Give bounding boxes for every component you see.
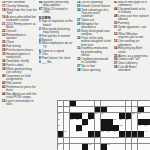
white-cell (113, 138, 119, 144)
white-cell (144, 113, 150, 119)
cell-number: 27 (89, 119, 92, 122)
cell-number: 22 (132, 113, 135, 116)
clue-item: 1 Sign of explosion at the beach (39, 20, 74, 26)
cell-number: 18 (58, 113, 61, 116)
clue-number: 39 (2, 67, 6, 71)
cell-number: 4 (82, 100, 83, 103)
clue-number: 35 (77, 57, 81, 61)
clue-item: 54 Recycling by Beth series (114, 47, 149, 53)
cell-number: 24 (58, 119, 61, 122)
clue-number: 19 (2, 15, 6, 19)
cell-number: 35 (144, 125, 147, 128)
cell-number: 47 (132, 137, 135, 140)
clue-item: 9 ___ Bix (39, 61, 74, 64)
white-cell (76, 107, 82, 113)
clue-item: 58 Cute Al Roker attendant (114, 66, 149, 72)
cell-number: 23 (138, 113, 141, 116)
clue-item: 5 What employees do on TV (39, 42, 74, 48)
white-cell (82, 131, 88, 137)
clue-number: 1 (39, 19, 42, 23)
clue-number: 46 (2, 92, 6, 96)
clue-number: 66 (39, 1, 43, 4)
clue-number: 54 (114, 46, 118, 50)
white-cell (119, 107, 125, 113)
white-cell (132, 125, 138, 131)
cell-number: 28 (113, 119, 116, 122)
white-cell: 31 (58, 125, 64, 131)
cell-number: 2 (64, 100, 65, 103)
cell-number: 51 (107, 144, 110, 147)
white-cell: 38 (101, 131, 107, 137)
clue-item: 67 What 20 treated in 1995 (39, 8, 74, 14)
white-cell: 5 (88, 101, 94, 107)
black-cell (70, 101, 76, 107)
clue-item: 38 Close opening (77, 69, 111, 72)
white-cell (144, 144, 150, 150)
clue-number: 41 (114, 1, 118, 4)
white-cell (70, 144, 76, 150)
white-cell: 40 (113, 131, 119, 137)
clue-item: 33 Insomnia motivated by proofreading st… (77, 47, 111, 57)
cell-number: 16 (107, 106, 110, 109)
cell-number: 30 (126, 119, 129, 122)
white-cell: 47 (132, 138, 138, 144)
clue-number: 44 (114, 7, 118, 11)
white-cell: 28 (113, 119, 119, 125)
clue-number: 5 (39, 41, 42, 45)
white-cell (107, 113, 113, 119)
black-cell (101, 144, 107, 150)
cell-number: 12 (132, 100, 135, 103)
white-cell: 45 (119, 138, 125, 144)
white-cell: 21 (101, 113, 107, 119)
cell-number: 9 (113, 100, 114, 103)
cell-number: 38 (101, 131, 104, 134)
white-cell (64, 107, 70, 113)
cell-number: 15 (58, 106, 61, 109)
cell-number: 17 (144, 106, 147, 109)
white-cell: 7 (101, 101, 107, 107)
white-cell: 44 (95, 138, 101, 144)
white-cell (132, 119, 138, 125)
cell-number: 32 (82, 125, 85, 128)
white-cell (88, 107, 94, 113)
clue-number: 18 (2, 8, 6, 12)
white-cell: 32 (82, 125, 88, 131)
white-cell (113, 144, 119, 150)
white-cell: 3 (76, 101, 82, 107)
white-cell (144, 138, 150, 144)
white-cell (95, 119, 101, 125)
clue-number: 30 (2, 52, 6, 56)
white-cell (64, 119, 70, 125)
clue-number: 52 (2, 99, 6, 103)
cell-number: 48 (138, 137, 141, 140)
white-cell: 27 (88, 119, 94, 125)
white-cell: 13 (138, 101, 144, 107)
white-cell (138, 144, 144, 150)
cell-number: 8 (107, 100, 108, 103)
white-cell (70, 125, 76, 131)
cell-number: 3 (76, 100, 77, 103)
white-cell: 26 (76, 119, 82, 125)
cell-number: 29 (120, 119, 123, 122)
cell-number: 33 (120, 125, 123, 128)
cell-number: 34 (138, 125, 141, 128)
cell-number: 39 (107, 131, 110, 134)
white-cell (70, 138, 76, 144)
cell-number: 37 (76, 131, 79, 134)
cell-number: 41 (144, 131, 147, 134)
cell-number: 46 (126, 137, 129, 140)
cell-number: 45 (120, 137, 123, 140)
white-cell: 19 (82, 113, 88, 119)
cell-number: 1 (58, 100, 59, 103)
cell-number: 21 (101, 113, 104, 116)
white-cell (126, 107, 132, 113)
clue-number: 53 (114, 39, 118, 43)
clue-number: 58 (114, 65, 118, 69)
cell-number: 11 (126, 100, 128, 103)
cell-number: 50 (89, 144, 92, 147)
clue-number: 24 (77, 8, 81, 12)
white-cell: 30 (126, 119, 132, 125)
clue-number: 21 (2, 22, 6, 26)
cell-number: 14 (144, 100, 147, 103)
cell-number: 44 (95, 137, 98, 140)
cell-number: 19 (82, 113, 85, 116)
white-cell (88, 125, 94, 131)
clue-number: 2 (39, 27, 42, 31)
clue-number: 52 (114, 32, 118, 36)
white-cell: 36 (64, 131, 70, 137)
white-cell: 49 (58, 144, 64, 150)
white-cell (70, 107, 76, 113)
cell-number: 40 (113, 131, 116, 134)
clue-column-down-2: 16 Out of Wyoming20 Grand Central featur… (77, 1, 111, 98)
clue-number: 23 (2, 33, 6, 37)
white-cell: 17 (144, 107, 150, 113)
white-cell: 9 (113, 101, 119, 107)
white-cell: 10 (119, 101, 125, 107)
white-cell: 4 (82, 101, 88, 107)
white-cell (126, 144, 132, 150)
white-cell: 16 (107, 107, 113, 113)
white-cell: 2 (64, 101, 70, 107)
white-cell: 6 (95, 101, 101, 107)
white-cell (70, 131, 76, 137)
cell-number: 49 (58, 144, 61, 147)
white-cell: 37 (76, 131, 82, 137)
white-cell: 48 (138, 138, 144, 144)
white-cell: 11 (126, 101, 132, 107)
cell-number: 31 (58, 125, 61, 128)
white-cell: 34 (138, 125, 144, 131)
white-cell (76, 138, 82, 144)
cell-number: 25 (70, 119, 73, 122)
clue-number: 51 (114, 25, 118, 29)
white-cell (126, 125, 132, 131)
clue-number: 38 (77, 68, 81, 72)
white-cell (101, 138, 107, 144)
white-cell (82, 138, 88, 144)
cell-number: 5 (89, 100, 90, 103)
clue-item: 24 Took advantage of a "low iron price" … (77, 9, 111, 19)
white-cell: 50 (88, 144, 94, 150)
clue-column-across-1: 15 Poet Whitman17 Closely following18 Wo… (2, 1, 37, 149)
white-cell: 12 (132, 101, 138, 107)
white-cell (64, 138, 70, 144)
white-cell (95, 144, 101, 150)
cell-number: 13 (138, 100, 141, 103)
white-cell: 20 (95, 113, 101, 119)
white-cell: 46 (126, 138, 132, 144)
white-cell: 33 (119, 125, 125, 131)
clue-item: 52 Latest newsmaker in talks (2, 100, 37, 106)
cell-number: 36 (64, 131, 67, 134)
clue-number: 31 (77, 29, 81, 33)
clue-number: 48 (114, 14, 118, 18)
white-cell (64, 113, 70, 119)
cell-number: 7 (101, 100, 102, 103)
black-cell (101, 119, 107, 125)
white-cell: 51 (107, 144, 113, 150)
black-cell (82, 144, 88, 150)
clue-column-across-end-and-down-start: 66 System connecting blog updates67 What… (39, 1, 74, 98)
clue-item: 32 Ones of the only mother-daughter tick… (77, 37, 111, 47)
white-cell: 41 (144, 131, 150, 137)
clue-number: 9 (39, 60, 42, 64)
clue-number: 43 (2, 85, 6, 89)
crossword-grid: 1234567891011121314151617181920212223242… (57, 100, 150, 150)
clue-number: 67 (39, 7, 43, 11)
clue-number: 32 (77, 36, 81, 40)
white-cell (132, 144, 138, 150)
cell-number: 20 (95, 113, 98, 116)
clue-number: 33 (77, 46, 81, 50)
white-cell: 25 (70, 119, 76, 125)
white-cell (95, 125, 101, 131)
clue-number: 29 (77, 22, 81, 26)
white-cell (76, 144, 82, 150)
white-cell (119, 144, 125, 150)
crossword-page: { "game": "crossword", "page_type": "sca… (0, 0, 150, 150)
cell-number: 26 (76, 119, 79, 122)
white-cell: 39 (107, 131, 113, 137)
clue-column-down-3: 41 Boy of nine gaps at e-commerce44 Char… (114, 1, 149, 98)
black-cell (107, 119, 113, 125)
cell-number: 43 (89, 137, 92, 140)
white-cell (64, 144, 70, 150)
clue-number: 40 (2, 74, 6, 78)
cell-number: 6 (95, 100, 96, 103)
white-cell (113, 107, 119, 113)
cell-number: 10 (120, 100, 123, 103)
white-cell: 23 (138, 113, 144, 119)
white-cell: 22 (132, 113, 138, 119)
cell-number: 42 (58, 137, 61, 140)
